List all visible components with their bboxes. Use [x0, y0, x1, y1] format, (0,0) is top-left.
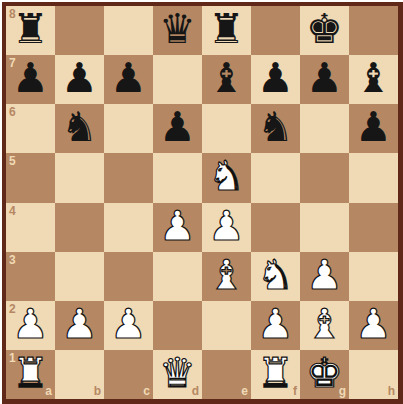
square-f7[interactable]: ♟	[251, 55, 300, 104]
square-g3[interactable]: ♟	[300, 252, 349, 301]
piece-black-pawn[interactable]: ♟	[12, 58, 49, 101]
square-h2[interactable]: ♟	[349, 301, 398, 350]
piece-black-king[interactable]: ♚	[306, 9, 343, 52]
chess-board: 8♜♛♜♚7♟♟♟♝♟♟♝6♞♟♞♟5♞4♟♟3♝♞♟2♟♟♟♟♝♟1a♜bcd…	[6, 6, 398, 399]
piece-white-pawn[interactable]: ♟	[12, 304, 49, 347]
piece-black-knight[interactable]: ♞	[61, 107, 98, 150]
square-g2[interactable]: ♝	[300, 301, 349, 350]
coord-rank-7: 7	[9, 57, 16, 69]
coord-file-b: b	[94, 385, 101, 397]
piece-white-pawn[interactable]: ♟	[257, 304, 294, 347]
piece-white-queen[interactable]: ♛	[159, 353, 196, 396]
square-f4[interactable]	[251, 203, 300, 252]
piece-white-bishop[interactable]: ♝	[208, 255, 245, 298]
square-a6[interactable]: 6	[6, 104, 55, 153]
coord-rank-4: 4	[9, 205, 16, 217]
square-a4[interactable]: 4	[6, 203, 55, 252]
square-e7[interactable]: ♝	[202, 55, 251, 104]
square-f3[interactable]: ♞	[251, 252, 300, 301]
square-h6[interactable]: ♟	[349, 104, 398, 153]
square-e5[interactable]: ♞	[202, 153, 251, 202]
coord-file-e: e	[241, 385, 248, 397]
square-b1[interactable]: b	[55, 350, 104, 399]
square-f8[interactable]	[251, 6, 300, 55]
coord-file-a: a	[45, 385, 52, 397]
coord-file-c: c	[143, 385, 150, 397]
square-d7[interactable]	[153, 55, 202, 104]
square-f2[interactable]: ♟	[251, 301, 300, 350]
square-f1[interactable]: f♜	[251, 350, 300, 399]
square-h3[interactable]	[349, 252, 398, 301]
piece-white-knight[interactable]: ♞	[257, 255, 294, 298]
square-d8[interactable]: ♛	[153, 6, 202, 55]
square-c1[interactable]: c	[104, 350, 153, 399]
square-f6[interactable]: ♞	[251, 104, 300, 153]
piece-black-bishop[interactable]: ♝	[208, 58, 245, 101]
square-h5[interactable]	[349, 153, 398, 202]
square-c4[interactable]	[104, 203, 153, 252]
coord-file-g: g	[339, 385, 346, 397]
square-b6[interactable]: ♞	[55, 104, 104, 153]
coord-rank-1: 1	[9, 352, 16, 364]
coord-file-h: h	[388, 385, 395, 397]
coord-rank-2: 2	[9, 303, 16, 315]
piece-white-pawn[interactable]: ♟	[355, 304, 392, 347]
square-c7[interactable]: ♟	[104, 55, 153, 104]
coord-rank-6: 6	[9, 106, 16, 118]
piece-black-pawn[interactable]: ♟	[306, 58, 343, 101]
piece-white-pawn[interactable]: ♟	[110, 304, 147, 347]
square-a3[interactable]: 3	[6, 252, 55, 301]
square-d4[interactable]: ♟	[153, 203, 202, 252]
square-c8[interactable]	[104, 6, 153, 55]
piece-white-pawn[interactable]: ♟	[159, 206, 196, 249]
piece-white-bishop[interactable]: ♝	[306, 304, 343, 347]
piece-white-pawn[interactable]: ♟	[208, 206, 245, 249]
square-h7[interactable]: ♝	[349, 55, 398, 104]
piece-black-queen[interactable]: ♛	[159, 9, 196, 52]
coord-file-f: f	[293, 385, 297, 397]
square-b7[interactable]: ♟	[55, 55, 104, 104]
square-e6[interactable]	[202, 104, 251, 153]
piece-white-knight[interactable]: ♞	[208, 156, 245, 199]
square-e2[interactable]	[202, 301, 251, 350]
square-d5[interactable]	[153, 153, 202, 202]
square-h1[interactable]: h	[349, 350, 398, 399]
square-a8[interactable]: 8♜	[6, 6, 55, 55]
piece-white-rook[interactable]: ♜	[12, 353, 49, 396]
square-d1[interactable]: d♛	[153, 350, 202, 399]
square-d2[interactable]	[153, 301, 202, 350]
square-g8[interactable]: ♚	[300, 6, 349, 55]
piece-black-pawn[interactable]: ♟	[159, 107, 196, 150]
square-d3[interactable]	[153, 252, 202, 301]
square-a2[interactable]: 2♟	[6, 301, 55, 350]
piece-black-rook[interactable]: ♜	[12, 9, 49, 52]
square-d6[interactable]: ♟	[153, 104, 202, 153]
coord-rank-3: 3	[9, 254, 16, 266]
coord-rank-5: 5	[9, 155, 16, 167]
piece-black-pawn[interactable]: ♟	[257, 58, 294, 101]
piece-black-pawn[interactable]: ♟	[61, 58, 98, 101]
square-g4[interactable]	[300, 203, 349, 252]
square-c5[interactable]	[104, 153, 153, 202]
square-f5[interactable]	[251, 153, 300, 202]
square-b5[interactable]	[55, 153, 104, 202]
piece-black-rook[interactable]: ♜	[208, 9, 245, 52]
square-e4[interactable]: ♟	[202, 203, 251, 252]
piece-black-pawn[interactable]: ♟	[110, 58, 147, 101]
piece-white-pawn[interactable]: ♟	[61, 304, 98, 347]
piece-black-bishop[interactable]: ♝	[355, 58, 392, 101]
piece-white-rook[interactable]: ♜	[257, 353, 294, 396]
square-b8[interactable]	[55, 6, 104, 55]
square-h8[interactable]	[349, 6, 398, 55]
square-a1[interactable]: 1a♜	[6, 350, 55, 399]
square-h4[interactable]	[349, 203, 398, 252]
square-g6[interactable]	[300, 104, 349, 153]
square-b3[interactable]	[55, 252, 104, 301]
square-e1[interactable]: e	[202, 350, 251, 399]
square-c6[interactable]	[104, 104, 153, 153]
square-a7[interactable]: 7♟	[6, 55, 55, 104]
square-g7[interactable]: ♟	[300, 55, 349, 104]
square-e3[interactable]: ♝	[202, 252, 251, 301]
piece-white-king[interactable]: ♚	[306, 353, 343, 396]
square-b2[interactable]: ♟	[55, 301, 104, 350]
chess-board-frame: 8♜♛♜♚7♟♟♟♝♟♟♝6♞♟♞♟5♞4♟♟3♝♞♟2♟♟♟♟♝♟1a♜bcd…	[0, 0, 403, 404]
coord-file-d: d	[192, 385, 199, 397]
piece-black-pawn[interactable]: ♟	[355, 107, 392, 150]
piece-white-pawn[interactable]: ♟	[306, 255, 343, 298]
square-b4[interactable]	[55, 203, 104, 252]
coord-rank-8: 8	[9, 8, 16, 20]
square-g5[interactable]	[300, 153, 349, 202]
square-c3[interactable]	[104, 252, 153, 301]
square-a5[interactable]: 5	[6, 153, 55, 202]
piece-black-knight[interactable]: ♞	[257, 107, 294, 150]
square-c2[interactable]: ♟	[104, 301, 153, 350]
square-e8[interactable]: ♜	[202, 6, 251, 55]
square-g1[interactable]: g♚	[300, 350, 349, 399]
